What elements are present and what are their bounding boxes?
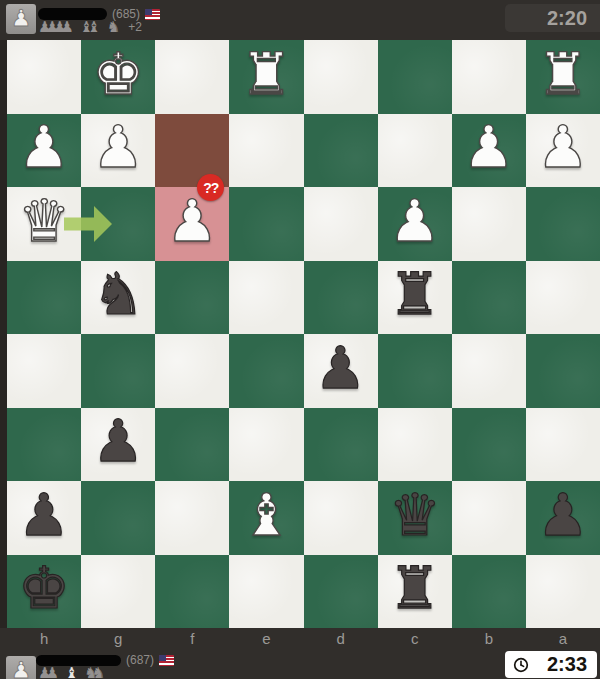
square-d2[interactable]	[304, 114, 378, 188]
captured-pawn-icon: ♟	[60, 20, 73, 35]
bottom-clock-time: 2:33	[547, 653, 587, 676]
captured-bishop-icon: ♝	[87, 20, 100, 35]
piece-white-pawn[interactable]: ♟	[389, 192, 441, 250]
material-advantage: +2	[128, 20, 142, 34]
square-c3[interactable]: ♟	[378, 187, 452, 261]
bottom-captured-pieces: ♟♟♝♞♞	[38, 666, 105, 679]
square-c4[interactable]: ♜	[378, 261, 452, 335]
file-label-b: b	[452, 628, 526, 650]
square-d8[interactable]	[304, 555, 378, 629]
square-b7[interactable]	[452, 481, 526, 555]
square-c8[interactable]: ♜	[378, 555, 452, 629]
square-c7[interactable]: ♛	[378, 481, 452, 555]
bottom-player-avatar[interactable]: ♟	[6, 656, 36, 679]
square-a7[interactable]: ♟	[526, 481, 600, 555]
square-e1[interactable]: ♜	[229, 40, 303, 114]
square-a5[interactable]	[526, 334, 600, 408]
square-f6[interactable]	[155, 408, 229, 482]
square-h8[interactable]: ♚	[7, 555, 81, 629]
square-b5[interactable]	[452, 334, 526, 408]
square-h5[interactable]	[7, 334, 81, 408]
us-flag-icon	[145, 9, 160, 20]
square-a4[interactable]	[526, 261, 600, 335]
square-g2[interactable]: ♟	[81, 114, 155, 188]
square-g8[interactable]	[81, 555, 155, 629]
piece-white-bishop[interactable]: ♝	[240, 486, 292, 544]
pawn-avatar-icon: ♟	[11, 7, 32, 30]
captured-knight-group: ♞	[107, 20, 120, 35]
piece-white-king[interactable]: ♚	[92, 45, 144, 103]
file-label-a: a	[526, 628, 600, 650]
top-player-clock: 2:20	[505, 4, 600, 32]
square-f1[interactable]	[155, 40, 229, 114]
file-label-d: d	[304, 628, 378, 650]
piece-white-pawn[interactable]: ♟	[92, 118, 144, 176]
piece-white-rook[interactable]: ♜	[537, 45, 589, 103]
piece-black-pawn[interactable]: ♟	[18, 486, 70, 544]
square-b6[interactable]	[452, 408, 526, 482]
captured-bishop-icon: ♝	[65, 666, 78, 679]
file-label-c: c	[378, 628, 452, 650]
chess-board[interactable]: ♚♜♜♟♟♟♟♛♟♟♞♜♟♟♟♝♛♟♚♜	[7, 40, 600, 628]
square-b3[interactable]	[452, 187, 526, 261]
square-e8[interactable]	[229, 555, 303, 629]
board-area: ♚♜♜♟♟♟♟♛♟♟♞♜♟♟♟♝♛♟♚♜ ??	[0, 40, 600, 628]
piece-black-queen[interactable]: ♛	[389, 486, 441, 544]
file-label-f: f	[155, 628, 229, 650]
square-e5[interactable]	[229, 334, 303, 408]
file-label-e: e	[229, 628, 303, 650]
square-g6[interactable]: ♟	[81, 408, 155, 482]
square-b1[interactable]	[452, 40, 526, 114]
square-c5[interactable]	[378, 334, 452, 408]
square-f5[interactable]	[155, 334, 229, 408]
square-c6[interactable]	[378, 408, 452, 482]
piece-black-pawn[interactable]: ♟	[315, 339, 367, 397]
square-d4[interactable]	[304, 261, 378, 335]
piece-white-rook[interactable]: ♜	[240, 45, 292, 103]
piece-black-rook[interactable]: ♜	[389, 265, 441, 323]
captured-knight-icon: ♞	[92, 666, 105, 679]
square-h7[interactable]: ♟	[7, 481, 81, 555]
file-label-h: h	[7, 628, 81, 650]
square-e7[interactable]: ♝	[229, 481, 303, 555]
square-h2[interactable]: ♟	[7, 114, 81, 188]
square-g4[interactable]: ♞	[81, 261, 155, 335]
square-h3[interactable]: ♛	[7, 187, 81, 261]
square-a1[interactable]: ♜	[526, 40, 600, 114]
square-b4[interactable]	[452, 261, 526, 335]
square-g5[interactable]	[81, 334, 155, 408]
square-d6[interactable]	[304, 408, 378, 482]
square-g1[interactable]: ♚	[81, 40, 155, 114]
square-a2[interactable]: ♟	[526, 114, 600, 188]
piece-white-pawn[interactable]: ♟	[537, 118, 589, 176]
captured-pawn-group: ♟♟♟♟	[38, 20, 74, 35]
square-c2[interactable]	[378, 114, 452, 188]
top-player-bar: ♟ (685) ♟♟♟♟♝♝♞+2 2:20	[0, 0, 600, 40]
bottom-player-clock: 2:33	[505, 651, 597, 678]
piece-black-pawn[interactable]: ♟	[537, 486, 589, 544]
top-captured-pieces: ♟♟♟♟♝♝♞+2	[38, 20, 142, 35]
us-flag-icon	[159, 655, 174, 666]
square-d7[interactable]	[304, 481, 378, 555]
captured-bishop-group: ♝	[65, 666, 78, 679]
bottom-player-rating: (687)	[126, 653, 154, 667]
captured-knight-icon: ♞	[107, 20, 120, 35]
square-f4[interactable]	[155, 261, 229, 335]
square-g7[interactable]	[81, 481, 155, 555]
piece-black-rook[interactable]: ♜	[389, 559, 441, 617]
captured-pawn-group: ♟♟	[38, 666, 59, 679]
clock-icon	[513, 657, 529, 673]
top-clock-time: 2:20	[547, 7, 587, 30]
square-b2[interactable]: ♟	[452, 114, 526, 188]
square-f8[interactable]	[155, 555, 229, 629]
square-c1[interactable]	[378, 40, 452, 114]
square-e6[interactable]	[229, 408, 303, 482]
file-coordinates: hgfedcba	[7, 628, 600, 650]
top-player-avatar[interactable]: ♟	[6, 4, 36, 34]
square-h6[interactable]	[7, 408, 81, 482]
piece-black-king[interactable]: ♚	[18, 559, 70, 617]
square-e3[interactable]	[229, 187, 303, 261]
pawn-avatar-icon: ♟	[11, 659, 32, 679]
square-f7[interactable]	[155, 481, 229, 555]
square-a6[interactable]	[526, 408, 600, 482]
square-g3[interactable]	[81, 187, 155, 261]
square-e2[interactable]	[229, 114, 303, 188]
square-d1[interactable]	[304, 40, 378, 114]
square-e4[interactable]	[229, 261, 303, 335]
square-d3[interactable]	[304, 187, 378, 261]
file-label-g: g	[81, 628, 155, 650]
piece-white-pawn[interactable]: ♟	[18, 118, 70, 176]
piece-black-pawn[interactable]: ♟	[92, 412, 144, 470]
square-a8[interactable]	[526, 555, 600, 629]
square-h4[interactable]	[7, 261, 81, 335]
captured-pawn-icon: ♟	[45, 666, 58, 679]
captured-bishop-group: ♝♝	[80, 20, 101, 35]
square-a3[interactable]	[526, 187, 600, 261]
square-h1[interactable]	[7, 40, 81, 114]
square-b8[interactable]	[452, 555, 526, 629]
square-d5[interactable]: ♟	[304, 334, 378, 408]
piece-white-queen[interactable]: ♛	[18, 192, 70, 250]
captured-knight-group: ♞♞	[84, 666, 105, 679]
piece-black-knight[interactable]: ♞	[92, 265, 144, 323]
piece-white-pawn[interactable]: ♟	[463, 118, 515, 176]
